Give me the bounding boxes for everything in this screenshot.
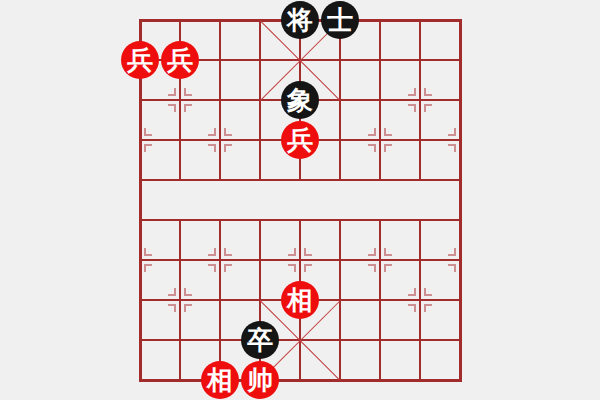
point-marker [454, 264, 456, 272]
point-marker [414, 104, 416, 112]
point-marker [414, 288, 416, 296]
piece-red-soldier[interactable]: 兵 [121, 41, 159, 79]
point-marker [424, 288, 426, 296]
point-marker [214, 144, 216, 152]
grid-line [419, 219, 421, 381]
point-marker [214, 128, 216, 136]
point-marker [144, 264, 146, 272]
point-marker [144, 128, 146, 136]
point-marker [214, 264, 216, 272]
point-marker [374, 248, 376, 256]
point-marker [214, 248, 216, 256]
point-marker [174, 104, 176, 112]
point-marker [184, 304, 186, 312]
point-marker [374, 264, 376, 272]
grid-line [459, 19, 462, 382]
point-marker [294, 248, 296, 256]
piece-red-soldier[interactable]: 兵 [281, 121, 319, 159]
point-marker [144, 144, 146, 152]
piece-red-soldier[interactable]: 兵 [161, 41, 199, 79]
piece-red-elephant[interactable]: 相 [281, 281, 319, 319]
point-marker [184, 88, 186, 96]
point-marker [224, 264, 226, 272]
piece-red-general[interactable]: 帅 [241, 361, 279, 399]
piece-black-elephant[interactable]: 象 [281, 81, 319, 119]
point-marker [224, 144, 226, 152]
piece-red-elephant[interactable]: 相 [201, 361, 239, 399]
grid-line [419, 19, 421, 181]
point-marker [144, 248, 146, 256]
xiangqi-board[interactable]: 将士兵兵象兵相卒相帅 [0, 0, 600, 400]
point-marker [424, 88, 426, 96]
grid-line [219, 219, 221, 381]
point-marker [184, 288, 186, 296]
point-marker [454, 128, 456, 136]
point-marker [304, 248, 306, 256]
point-marker [374, 144, 376, 152]
point-marker [384, 144, 386, 152]
point-marker [414, 304, 416, 312]
piece-black-general[interactable]: 将 [281, 1, 319, 39]
point-marker [424, 304, 426, 312]
point-marker [384, 248, 386, 256]
point-marker [384, 128, 386, 136]
piece-black-advisor[interactable]: 士 [321, 1, 359, 39]
point-marker [304, 264, 306, 272]
point-marker [174, 304, 176, 312]
point-marker [224, 128, 226, 136]
point-marker [224, 248, 226, 256]
grid-line [379, 219, 381, 381]
point-marker [454, 144, 456, 152]
grid-line [219, 19, 221, 181]
point-marker [384, 264, 386, 272]
point-marker [374, 128, 376, 136]
point-marker [184, 104, 186, 112]
point-marker [454, 248, 456, 256]
point-marker [424, 104, 426, 112]
grid-line [179, 219, 181, 381]
point-marker [174, 88, 176, 96]
xiangqi-screenshot: 将士兵兵象兵相卒相帅 [0, 0, 600, 400]
grid-line [379, 19, 381, 181]
piece-black-soldier[interactable]: 卒 [241, 321, 279, 359]
point-marker [414, 88, 416, 96]
point-marker [174, 288, 176, 296]
point-marker [294, 264, 296, 272]
